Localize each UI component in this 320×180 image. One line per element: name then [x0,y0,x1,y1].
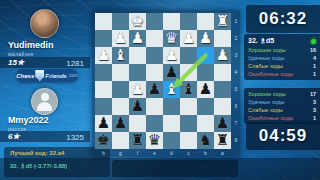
black-clock: 04:59 [246,122,320,150]
black-pawn: ♟ [129,98,146,115]
stat-row-mistake: Ошибочные ходы1 [248,70,316,78]
square-d3[interactable]: ♟ [163,47,180,64]
move-quality-dot [311,39,316,44]
stat-row-lucky: Удачные ходы3 [248,98,316,106]
square-c1[interactable] [180,13,197,30]
stat-row-mistake: Ошибочные ходы1 [248,114,316,122]
logo-text-com: .com [68,73,78,78]
black-pawn: ♟ [95,115,112,132]
best-move-text: Лучший ход: 32.a4 [10,150,64,156]
white-pawn: ♟ [95,47,112,64]
square-e2[interactable] [146,30,163,47]
file-labels: hgfedcba [95,150,231,157]
square-e8[interactable]: ♛ [146,132,163,149]
square-a6[interactable] [214,98,231,115]
square-f7[interactable] [129,115,146,132]
square-e1[interactable] [146,13,163,30]
black-bishop: ♝ [180,81,197,98]
logo-text-chess: Chess [16,73,34,79]
square-f5[interactable]: ♟ [129,81,146,98]
square-h6[interactable] [95,98,112,115]
black-pawn: ♟ [163,64,180,81]
last-move-label: 32. ♗d5 [248,37,274,45]
square-d6[interactable] [163,98,180,115]
white-player-name[interactable]: Yudimedin [8,40,88,50]
last-move-header: 32. ♗d5 [248,36,316,46]
square-b7[interactable] [197,115,214,132]
white-pawn: ♟ [180,30,197,47]
square-d1[interactable] [163,13,180,30]
rank-labels: 12345678 [232,13,240,149]
black-player-stars: 6★ [8,132,20,141]
stat-row-weak: Слабые ходы1 [248,62,316,70]
stat-row-good: Хорошие ходы16 [248,46,316,54]
square-d7[interactable] [163,115,180,132]
chessfriends-logo[interactable]: Chess Friends .com [16,69,78,82]
square-f3[interactable] [129,47,146,64]
black-pawn: ♟ [112,115,129,132]
logo-text-friends: Friends [45,73,67,79]
black-pawn: ♟ [214,115,231,132]
square-e3[interactable] [146,47,163,64]
square-a1[interactable]: ♜ [214,13,231,30]
square-b4[interactable] [197,64,214,81]
square-h2[interactable] [95,30,112,47]
square-a5[interactable] [214,81,231,98]
avatar-black-player[interactable] [31,88,58,115]
square-a2[interactable] [214,30,231,47]
square-g2[interactable]: ♟ [112,30,129,47]
square-h8[interactable]: ♚ [95,132,112,149]
black-move-stats-panel: Хорошие ходы17Удачные ходы3Слабые ходы3О… [244,88,320,124]
square-f8[interactable]: ♜ [129,132,146,149]
white-queen: ♛ [163,30,180,47]
square-a4[interactable] [214,64,231,81]
white-pawn: ♟ [112,30,129,47]
square-c3[interactable] [180,47,197,64]
square-g3[interactable]: ♝ [112,47,129,64]
white-rook: ♜ [214,13,231,30]
square-a8[interactable]: ♜ [214,132,231,149]
square-f6[interactable]: ♟ [129,98,146,115]
white-bishop: ♝ [163,81,180,98]
square-d4[interactable]: ♟ [163,64,180,81]
square-b8[interactable]: ♞ [197,132,214,149]
white-bishop: ♝ [112,47,129,64]
square-c4[interactable] [180,64,197,81]
square-b2[interactable]: ♟ [197,30,214,47]
square-c6[interactable] [180,98,197,115]
square-e4[interactable] [146,64,163,81]
white-clock: 06:32 [246,5,320,33]
square-e7[interactable] [146,115,163,132]
square-f1[interactable]: ♚ [129,13,146,30]
white-pawn: ♟ [129,81,146,98]
square-b6[interactable] [197,98,214,115]
square-c2[interactable]: ♟ [180,30,197,47]
square-h3[interactable]: ♟ [95,47,112,64]
game-window: Yudimedin малайзия 15★ 1281 Chess Friend… [0,0,320,180]
stat-row-lucky: Удачные ходы4 [248,54,316,62]
shield-icon [35,70,44,81]
square-g8[interactable] [112,132,129,149]
chess-board[interactable]: ♚♜♟♟♛♟♟♟♝♟♟♟♟♟♝♝♟♟♟♟♟♚♜♛♞♜ [95,13,231,149]
square-h7[interactable]: ♟ [95,115,112,132]
black-rook: ♜ [129,132,146,149]
white-pawn: ♟ [214,47,231,64]
white-player-stars: 15★ [8,58,24,67]
bottom-panel [112,160,238,177]
square-d8[interactable] [163,132,180,149]
square-c7[interactable] [180,115,197,132]
square-g6[interactable] [112,98,129,115]
square-b1[interactable] [197,13,214,30]
square-b3[interactable] [197,47,214,64]
played-move-eval-text: 32. ♗d5 (-3.77/-3.88) [10,162,67,169]
square-c8[interactable] [180,132,197,149]
square-f4[interactable] [129,64,146,81]
square-h1[interactable] [95,13,112,30]
square-d2[interactable]: ♛ [163,30,180,47]
square-a7[interactable]: ♟ [214,115,231,132]
square-h4[interactable] [95,64,112,81]
white-player-rating: 1281 [66,59,84,68]
avatar-white-player[interactable] [30,9,59,38]
black-king: ♚ [95,132,112,149]
square-g7[interactable]: ♟ [112,115,129,132]
white-king: ♚ [129,13,146,30]
stat-row-weak: Слабые ходы3 [248,106,316,114]
white-player-rating-band: 15★ 1281 [0,57,90,68]
square-e5[interactable]: ♟ [146,81,163,98]
person-icon [41,93,49,101]
white-pawn: ♟ [163,47,180,64]
white-move-stats-panel: 32. ♗d5 Хорошие ходы16Удачные ходы4Слабы… [244,34,320,80]
black-player-rating: 1325 [66,133,84,142]
black-rook: ♜ [214,132,231,149]
square-f2[interactable]: ♟ [129,30,146,47]
black-queen: ♛ [146,132,163,149]
square-e6[interactable] [146,98,163,115]
stat-row-good: Хорошие ходы17 [248,90,316,98]
black-pawn: ♟ [146,81,163,98]
square-h5[interactable] [95,81,112,98]
white-pawn: ♟ [129,30,146,47]
square-b5[interactable]: ♟ [197,81,214,98]
black-knight: ♞ [197,132,214,149]
square-c5[interactable]: ♝ [180,81,197,98]
square-a3[interactable]: ♟ [214,47,231,64]
black-pawn: ♟ [197,81,214,98]
chess-board-frame: ♚♜♟♟♛♟♟♟♝♟♟♟♟♟♝♝♟♟♟♟♟♚♜♛♞♜ hgfedcba 1234… [92,10,240,157]
white-pawn: ♟ [197,30,214,47]
black-player-name[interactable]: Mmy2022 [8,115,88,125]
square-d5[interactable]: ♝ [163,81,180,98]
square-g1[interactable] [112,13,129,30]
black-player-rating-band: 6★ 1325 [0,131,90,142]
square-g5[interactable] [112,81,129,98]
square-g4[interactable] [112,64,129,81]
